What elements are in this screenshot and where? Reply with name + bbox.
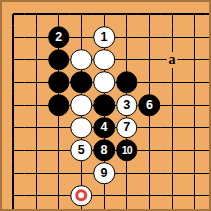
board-edge-extension (115, 207, 138, 211)
intersection-d3[interactable] (70, 48, 93, 71)
intersection-i6[interactable] (183, 116, 206, 139)
intersection-f9[interactable] (115, 184, 138, 207)
intersection-g3[interactable] (138, 48, 161, 71)
white-stone-move-7: 7 (116, 117, 138, 139)
intersection-i7[interactable] (183, 139, 206, 162)
intersection-h9[interactable] (161, 184, 184, 207)
intersection-c9[interactable] (47, 184, 70, 207)
intersection-b9[interactable] (25, 184, 48, 207)
intersection-e2[interactable]: 1 (93, 26, 116, 49)
intersection-f1[interactable] (115, 3, 138, 26)
intersection-f8[interactable] (115, 162, 138, 185)
white-stone (71, 117, 93, 139)
board-edge-extension (161, 207, 184, 211)
intersection-h7[interactable] (161, 139, 184, 162)
intersection-d5[interactable] (70, 94, 93, 117)
intersection-i8[interactable] (183, 162, 206, 185)
intersection-b2[interactable] (25, 26, 48, 49)
white-stone-move-9: 9 (93, 162, 115, 184)
board-edge-extension (206, 184, 211, 207)
intersection-i2[interactable] (183, 26, 206, 49)
black-stone (116, 72, 138, 94)
intersection-d2[interactable] (70, 26, 93, 49)
intersection-e3[interactable] (93, 48, 116, 71)
intersection-h6[interactable] (161, 116, 184, 139)
intersection-d8[interactable] (70, 162, 93, 185)
intersection-g6[interactable] (138, 116, 161, 139)
white-stone-move-5: 5 (71, 140, 93, 162)
go-grid: 21a364758109 (2, 3, 211, 211)
intersection-a7[interactable] (2, 139, 25, 162)
intersection-b6[interactable] (25, 116, 48, 139)
intersection-a3[interactable] (2, 48, 25, 71)
white-stone (71, 49, 93, 71)
intersection-d9[interactable] (70, 184, 93, 207)
intersection-f5[interactable]: 3 (115, 94, 138, 117)
intersection-h5[interactable] (161, 94, 184, 117)
intersection-g1[interactable] (138, 3, 161, 26)
intersection-i9[interactable] (183, 184, 206, 207)
black-stone-move-8: 8 (93, 140, 115, 162)
intersection-c8[interactable] (47, 162, 70, 185)
circle-marker-icon (75, 190, 87, 202)
intersection-a2[interactable] (2, 26, 25, 49)
intersection-g5[interactable]: 6 (138, 94, 161, 117)
intersection-b5[interactable] (25, 94, 48, 117)
intersection-c7[interactable] (47, 139, 70, 162)
intersection-a5[interactable] (2, 94, 25, 117)
black-stone-move-10: 10 (116, 140, 138, 162)
board-edge-extension (2, 207, 25, 211)
black-stone (48, 49, 70, 71)
intersection-h3[interactable]: a (161, 48, 184, 71)
white-stone-move-1: 1 (93, 26, 115, 48)
intersection-e1[interactable] (93, 3, 116, 26)
white-stone (93, 49, 115, 71)
black-stone-move-6: 6 (139, 94, 161, 116)
board-edge-extension (206, 48, 211, 71)
black-stone (48, 94, 70, 116)
intersection-e9[interactable] (93, 184, 116, 207)
intersection-g2[interactable] (138, 26, 161, 49)
intersection-c6[interactable] (47, 116, 70, 139)
board-edge-extension (47, 207, 70, 211)
board-edge-extension (93, 207, 116, 211)
white-stone-marked (71, 185, 93, 207)
intersection-e4[interactable] (93, 71, 116, 94)
board-edge-extension (138, 207, 161, 211)
intersection-h2[interactable] (161, 26, 184, 49)
black-stone-move-4: 4 (93, 117, 115, 139)
black-stone (93, 94, 115, 116)
intersection-b8[interactable] (25, 162, 48, 185)
black-stone-move-2: 2 (48, 26, 70, 48)
intersection-a9[interactable] (2, 184, 25, 207)
intersection-f4[interactable] (115, 71, 138, 94)
intersection-b1[interactable] (25, 3, 48, 26)
intersection-e7[interactable]: 8 (93, 139, 116, 162)
intersection-h1[interactable] (161, 3, 184, 26)
board-edge-extension (70, 207, 93, 211)
intersection-a1[interactable] (2, 3, 25, 26)
intersection-c1[interactable] (47, 3, 70, 26)
intersection-i1[interactable] (183, 3, 206, 26)
intersection-b7[interactable] (25, 139, 48, 162)
board-edge-extension (206, 162, 211, 185)
intersection-e8[interactable]: 9 (93, 162, 116, 185)
board-edge-extension (206, 207, 211, 211)
intersection-h8[interactable] (161, 162, 184, 185)
board-edge-extension (206, 26, 211, 49)
intersection-g4[interactable] (138, 71, 161, 94)
go-board-diagram: 21a364758109 (0, 0, 211, 211)
intersection-f2[interactable] (115, 26, 138, 49)
intersection-d7[interactable]: 5 (70, 139, 93, 162)
board-edge-extension (183, 207, 206, 211)
intersection-i3[interactable] (183, 48, 206, 71)
intersection-d1[interactable] (70, 3, 93, 26)
board-edge-extension (206, 116, 211, 139)
intersection-f7[interactable]: 10 (115, 139, 138, 162)
intersection-a4[interactable] (2, 71, 25, 94)
board-edge-extension (206, 94, 211, 117)
intersection-b3[interactable] (25, 48, 48, 71)
intersection-d6[interactable] (70, 116, 93, 139)
intersection-a8[interactable] (2, 162, 25, 185)
intersection-g9[interactable] (138, 184, 161, 207)
board-edge-extension (25, 207, 48, 211)
intersection-d4[interactable] (70, 71, 93, 94)
point-label-a: a (167, 52, 178, 68)
intersection-h4[interactable] (161, 71, 184, 94)
intersection-i5[interactable] (183, 94, 206, 117)
board-edge-extension (206, 139, 211, 162)
intersection-f3[interactable] (115, 48, 138, 71)
intersection-i4[interactable] (183, 71, 206, 94)
white-stone-move-3: 3 (116, 94, 138, 116)
white-stone (93, 72, 115, 94)
intersection-c5[interactable] (47, 94, 70, 117)
board-edge-extension (206, 3, 211, 26)
intersection-b4[interactable] (25, 71, 48, 94)
intersection-e5[interactable] (93, 94, 116, 117)
white-stone (71, 94, 93, 116)
intersection-c3[interactable] (47, 48, 70, 71)
board-edge-extension (206, 71, 211, 94)
intersection-a6[interactable] (2, 116, 25, 139)
black-stone (48, 72, 70, 94)
intersection-c2[interactable]: 2 (47, 26, 70, 49)
intersection-g8[interactable] (138, 162, 161, 185)
intersection-g7[interactable] (138, 139, 161, 162)
intersection-c4[interactable] (47, 71, 70, 94)
intersection-f6[interactable]: 7 (115, 116, 138, 139)
intersection-e6[interactable]: 4 (93, 116, 116, 139)
black-stone (71, 72, 93, 94)
